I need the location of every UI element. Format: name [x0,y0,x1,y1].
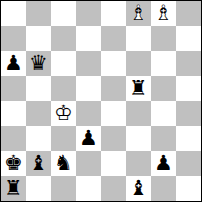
square-e3[interactable] [101,126,126,151]
square-g4[interactable] [151,101,176,126]
square-c1[interactable] [51,176,76,201]
square-f3[interactable] [126,126,151,151]
square-g5[interactable] [151,76,176,101]
square-e2[interactable] [101,151,126,176]
square-b7[interactable] [26,26,51,51]
black-knight-glyph: ♞ [51,151,76,176]
square-a6[interactable]: ♟ [1,51,26,76]
white-bishop-glyph: ♗ [151,1,176,26]
square-a5[interactable] [1,76,26,101]
black-pawn-glyph: ♟ [151,151,176,176]
square-c8[interactable] [51,1,76,26]
square-d4[interactable] [76,101,101,126]
square-h2[interactable] [176,151,201,176]
square-c4[interactable]: ♚♔ [51,101,76,126]
square-c5[interactable] [51,76,76,101]
square-b3[interactable] [26,126,51,151]
square-a2[interactable]: ♚ [1,151,26,176]
square-g1[interactable] [151,176,176,201]
square-b8[interactable] [26,1,51,26]
square-f5[interactable]: ♜ [126,76,151,101]
black-bishop-icon[interactable]: ♝ [26,151,51,176]
square-e1[interactable] [101,176,126,201]
square-g2[interactable]: ♟ [151,151,176,176]
black-bishop-glyph: ♝ [26,151,51,176]
square-g6[interactable] [151,51,176,76]
black-queen-glyph: ♛ [26,51,51,76]
square-b5[interactable] [26,76,51,101]
square-a1[interactable]: ♜ [1,176,26,201]
square-f4[interactable] [126,101,151,126]
square-h1[interactable] [176,176,201,201]
square-d6[interactable] [76,51,101,76]
square-c6[interactable] [51,51,76,76]
square-h6[interactable] [176,51,201,76]
black-rook-glyph: ♜ [126,76,151,101]
black-pawn-icon[interactable]: ♟ [1,51,26,76]
square-b2[interactable]: ♝ [26,151,51,176]
black-knight-icon[interactable]: ♞ [51,151,76,176]
square-h7[interactable] [176,26,201,51]
white-bishop-glyph: ♗ [126,1,151,26]
square-g7[interactable] [151,26,176,51]
square-g8[interactable]: ♝♗ [151,1,176,26]
black-king-glyph: ♚ [1,151,26,176]
square-c2[interactable]: ♞ [51,151,76,176]
square-e6[interactable] [101,51,126,76]
square-h3[interactable] [176,126,201,151]
square-f6[interactable] [126,51,151,76]
black-pawn-glyph: ♟ [1,51,26,76]
black-king-icon[interactable]: ♚ [1,151,26,176]
black-pawn-glyph: ♟ [76,126,101,151]
square-f2[interactable] [126,151,151,176]
square-e5[interactable] [101,76,126,101]
square-e7[interactable] [101,26,126,51]
black-bishop-icon[interactable]: ♝ [126,176,151,201]
black-pawn-icon[interactable]: ♟ [76,126,101,151]
square-d2[interactable] [76,151,101,176]
chess-board: ♝♗♝♗♟♛♜♚♔♟♚♝♞♟♜♝ [0,0,202,202]
black-rook-icon[interactable]: ♜ [126,76,151,101]
white-bishop-icon[interactable]: ♝♗ [126,1,151,26]
black-bishop-glyph: ♝ [126,176,151,201]
square-f1[interactable]: ♝ [126,176,151,201]
square-a3[interactable] [1,126,26,151]
square-e8[interactable] [101,1,126,26]
white-king-glyph: ♔ [51,101,76,126]
square-c3[interactable] [51,126,76,151]
black-queen-icon[interactable]: ♛ [26,51,51,76]
white-king-icon[interactable]: ♚♔ [51,101,76,126]
square-a8[interactable] [1,1,26,26]
black-rook-glyph: ♜ [1,176,26,201]
square-h4[interactable] [176,101,201,126]
square-h5[interactable] [176,76,201,101]
square-g3[interactable] [151,126,176,151]
square-a7[interactable] [1,26,26,51]
square-b1[interactable] [26,176,51,201]
square-d7[interactable] [76,26,101,51]
square-b6[interactable]: ♛ [26,51,51,76]
square-d3[interactable]: ♟ [76,126,101,151]
square-a4[interactable] [1,101,26,126]
square-f7[interactable] [126,26,151,51]
square-c7[interactable] [51,26,76,51]
square-d5[interactable] [76,76,101,101]
black-pawn-icon[interactable]: ♟ [151,151,176,176]
square-e4[interactable] [101,101,126,126]
square-f8[interactable]: ♝♗ [126,1,151,26]
square-d1[interactable] [76,176,101,201]
white-bishop-icon[interactable]: ♝♗ [151,1,176,26]
square-b4[interactable] [26,101,51,126]
square-d8[interactable] [76,1,101,26]
square-h8[interactable] [176,1,201,26]
black-rook-icon[interactable]: ♜ [1,176,26,201]
